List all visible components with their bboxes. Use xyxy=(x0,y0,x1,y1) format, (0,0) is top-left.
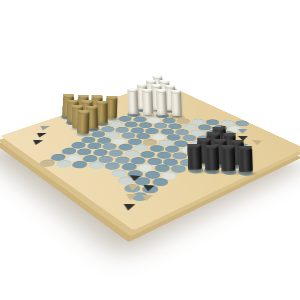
board-hole[interactable] xyxy=(158,139,173,146)
board-hole[interactable] xyxy=(117,144,133,151)
board-hole[interactable] xyxy=(38,159,56,167)
board-hole[interactable] xyxy=(137,164,153,172)
board-hole[interactable] xyxy=(138,122,153,128)
board-hole[interactable] xyxy=(104,162,121,170)
board-hole[interactable] xyxy=(145,128,160,135)
board-hole[interactable] xyxy=(71,161,88,169)
board-hole[interactable] xyxy=(60,148,77,155)
board-hole[interactable] xyxy=(49,153,66,161)
board-hole[interactable] xyxy=(168,123,182,130)
board-hole[interactable] xyxy=(55,160,73,168)
black-peg-cap xyxy=(237,143,251,151)
triangle-motif xyxy=(122,204,135,211)
gold-peg-cap xyxy=(96,98,107,105)
black-peg-cap xyxy=(204,141,218,149)
board-hole[interactable] xyxy=(111,138,127,145)
board-hole[interactable] xyxy=(102,143,118,150)
board-3d-wrapper xyxy=(0,82,300,230)
white-peg[interactable] xyxy=(142,89,153,115)
white-peg[interactable] xyxy=(128,88,139,114)
white-peg-cap xyxy=(156,87,166,93)
black-peg-cap xyxy=(187,141,201,149)
board-hole[interactable] xyxy=(76,148,93,156)
board-hole[interactable] xyxy=(82,155,99,163)
board-hole[interactable] xyxy=(191,119,205,125)
board-hole[interactable] xyxy=(140,151,156,159)
gold-peg[interactable] xyxy=(77,110,90,134)
board-hole[interactable] xyxy=(156,151,171,159)
white-peg-cap xyxy=(170,88,180,94)
black-peg[interactable] xyxy=(221,145,236,171)
board-hole[interactable] xyxy=(90,131,106,138)
gold-peg-cap xyxy=(78,107,90,114)
game-board xyxy=(0,82,300,230)
gold-peg-cap xyxy=(106,93,117,100)
board-hole[interactable] xyxy=(170,165,186,173)
board-hole[interactable] xyxy=(133,144,149,151)
black-peg[interactable] xyxy=(237,146,252,172)
white-peg[interactable] xyxy=(171,90,182,116)
board-hole[interactable] xyxy=(154,164,170,172)
board-hole[interactable] xyxy=(115,126,130,133)
white-peg-cap xyxy=(128,86,138,92)
board-hole[interactable] xyxy=(160,128,174,135)
black-peg-cap xyxy=(220,142,234,150)
board-hole[interactable] xyxy=(130,157,146,165)
board-hole[interactable] xyxy=(161,171,177,179)
product-photo-scene xyxy=(0,0,300,300)
white-peg[interactable] xyxy=(156,89,167,115)
white-peg-cap xyxy=(142,87,152,93)
board-hole[interactable] xyxy=(87,161,104,169)
black-peg[interactable] xyxy=(204,144,219,170)
board-hole[interactable] xyxy=(118,116,133,122)
board-hole[interactable] xyxy=(80,136,96,143)
board-hole[interactable] xyxy=(127,138,142,145)
board-hole[interactable] xyxy=(86,142,102,149)
black-peg[interactable] xyxy=(187,144,202,170)
board-hole[interactable] xyxy=(167,134,182,141)
